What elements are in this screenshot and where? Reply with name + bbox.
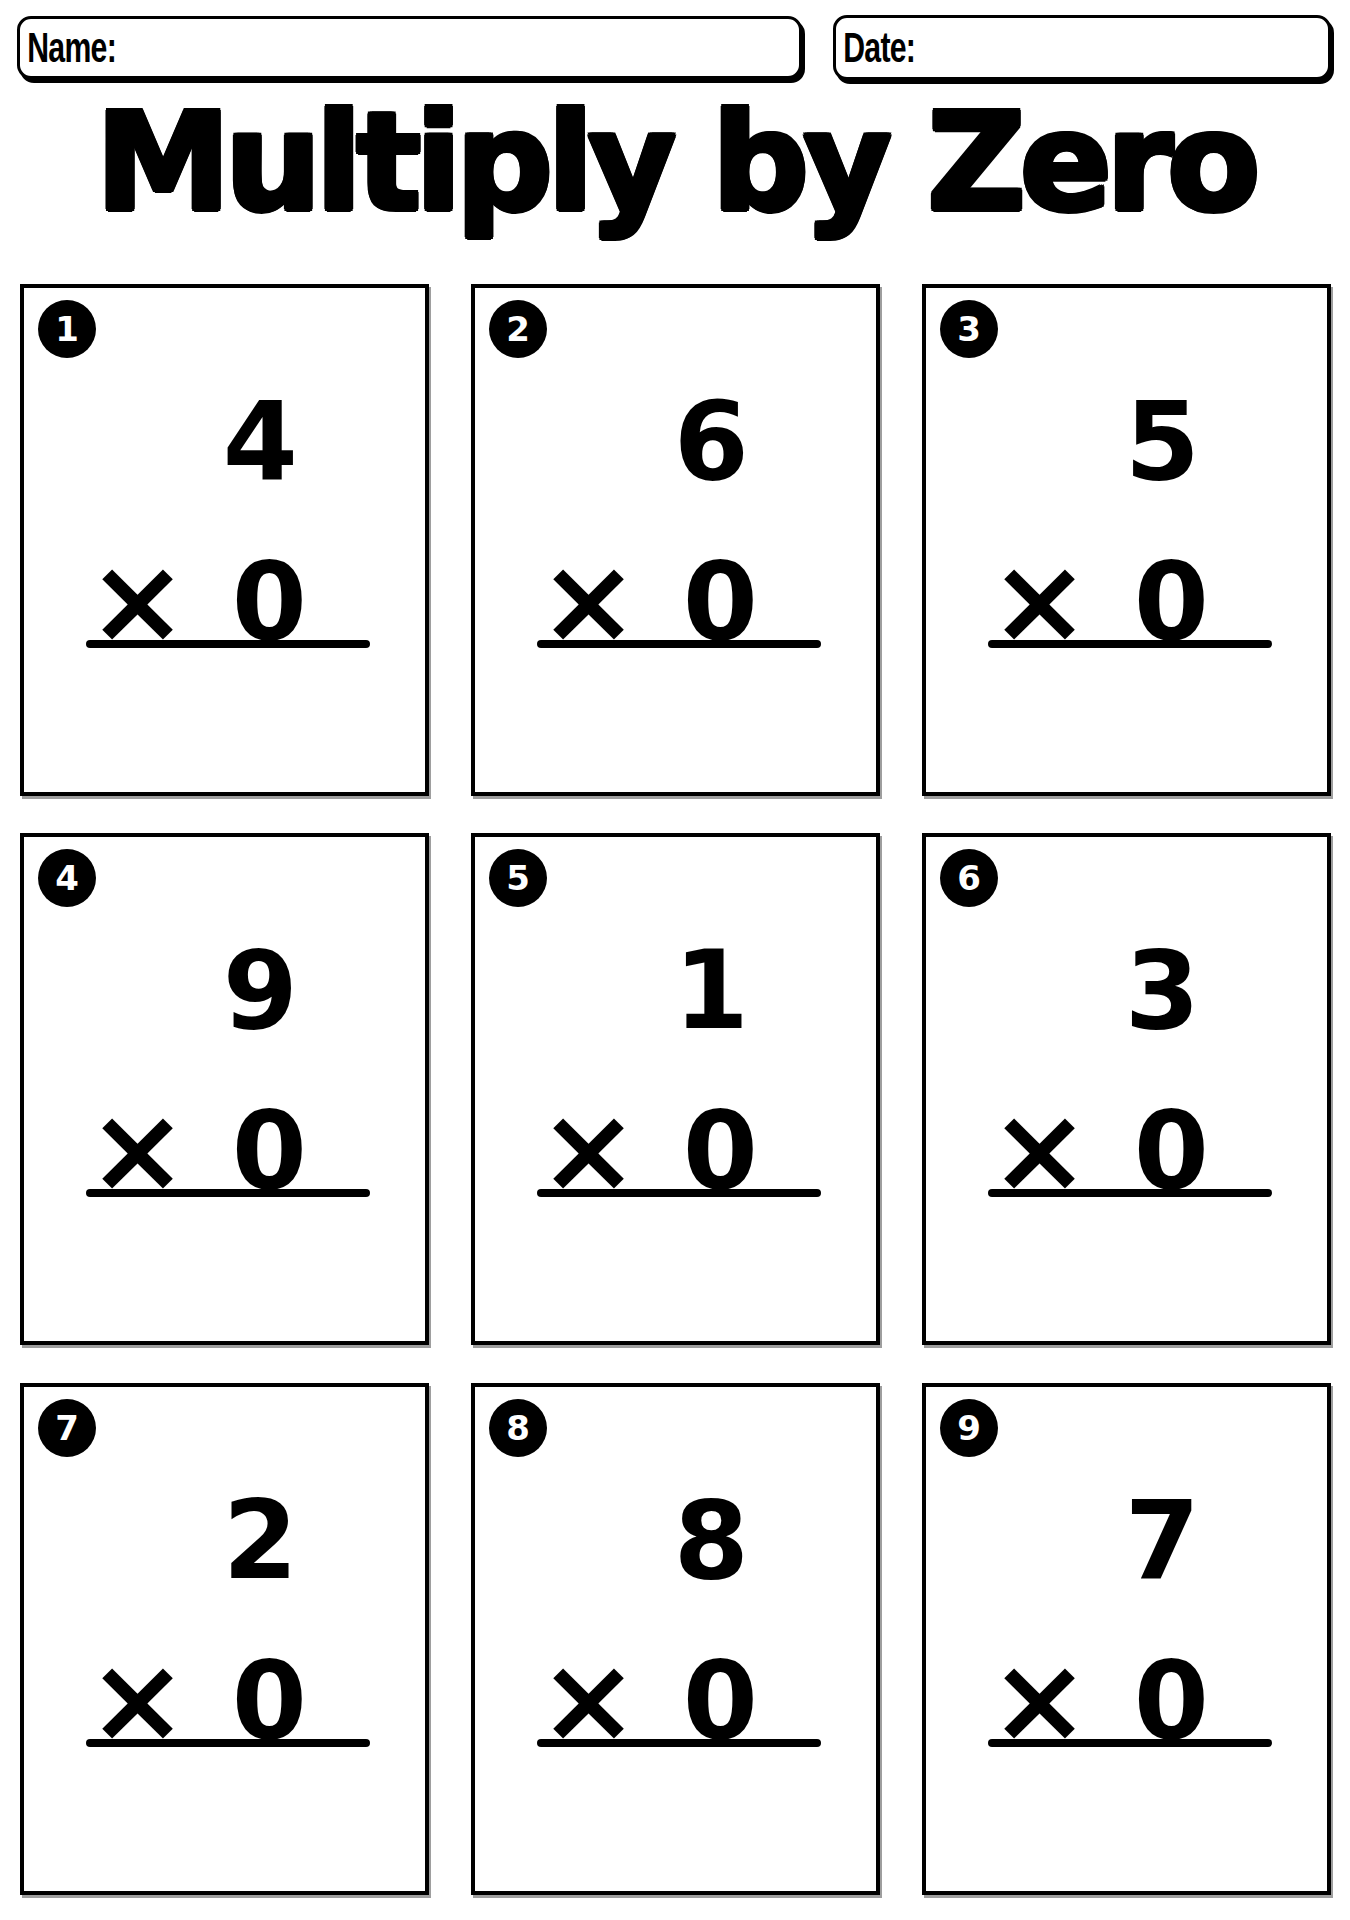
problem-card-3: 3 5 ×0: [922, 284, 1331, 796]
multiply-icon: ×: [538, 531, 639, 670]
problem-card-2: 2 6 ×0: [471, 284, 880, 796]
answer-area[interactable]: [44, 1205, 405, 1331]
problem-number-badge: 3: [940, 300, 998, 358]
multiplicand: 9: [223, 937, 298, 1045]
answer-line: [988, 640, 1272, 648]
multiplicand: 2: [223, 1487, 298, 1595]
problem-number: 9: [957, 1411, 981, 1445]
multiply-icon: ×: [989, 1080, 1090, 1219]
multiplicand: 3: [1125, 937, 1200, 1045]
date-field-box: Date:: [833, 15, 1331, 80]
multiply-icon: ×: [989, 1630, 1090, 1769]
problem-number-badge: 1: [38, 300, 96, 358]
answer-area[interactable]: [495, 656, 856, 782]
multiply-icon: ×: [538, 1630, 639, 1769]
multiplicand: 5: [1125, 388, 1200, 496]
multiplicand: 6: [674, 388, 749, 496]
multiply-icon: ×: [87, 531, 188, 670]
multiplicand: 1: [674, 937, 749, 1045]
problem-number-badge: 2: [489, 300, 547, 358]
problem-card-8: 8 8 ×0: [471, 1383, 880, 1895]
name-field-box: Name:: [17, 16, 802, 79]
answer-area[interactable]: [495, 1205, 856, 1331]
multiplicand: 4: [223, 388, 298, 496]
multiply-icon: ×: [989, 531, 1090, 670]
problem-card-1: 1 4 ×0: [20, 284, 429, 796]
answer-line: [537, 640, 821, 648]
answer-area[interactable]: [946, 1755, 1307, 1881]
answer-area[interactable]: [495, 1755, 856, 1881]
problem-card-5: 5 1 ×0: [471, 833, 880, 1345]
problem-number: 4: [55, 861, 79, 895]
multiply-icon: ×: [538, 1080, 639, 1219]
problem-number-badge: 6: [940, 849, 998, 907]
worksheet-page: Name: Date: Multiply by Zero 1 4 ×0 2 6 …: [0, 0, 1350, 1920]
answer-line: [86, 640, 370, 648]
problem-card-4: 4 9 ×0: [20, 833, 429, 1345]
page-title: Multiply by Zero: [0, 94, 1350, 230]
multiply-icon: ×: [87, 1080, 188, 1219]
name-input-area[interactable]: [153, 19, 799, 76]
answer-line: [86, 1739, 370, 1747]
problem-number: 2: [506, 312, 530, 346]
answer-line: [988, 1189, 1272, 1197]
answer-area[interactable]: [946, 1205, 1307, 1331]
problem-card-7: 7 2 ×0: [20, 1383, 429, 1895]
answer-area[interactable]: [44, 1755, 405, 1881]
problem-card-9: 9 7 ×0: [922, 1383, 1331, 1895]
problem-number: 5: [506, 861, 530, 895]
answer-area[interactable]: [44, 656, 405, 782]
problem-number-badge: 9: [940, 1399, 998, 1457]
date-input-area[interactable]: [946, 18, 1328, 77]
problem-number-badge: 8: [489, 1399, 547, 1457]
name-label: Name:: [20, 24, 116, 72]
problem-number-badge: 7: [38, 1399, 96, 1457]
answer-area[interactable]: [946, 656, 1307, 782]
problem-card-6: 6 3 ×0: [922, 833, 1331, 1345]
date-label: Date:: [836, 24, 915, 72]
problem-number: 1: [55, 312, 79, 346]
multiplicand: 7: [1125, 1487, 1200, 1595]
problem-number: 8: [506, 1411, 530, 1445]
problem-number: 7: [55, 1411, 79, 1445]
multiply-icon: ×: [87, 1630, 188, 1769]
multiplicand: 8: [674, 1487, 749, 1595]
answer-line: [86, 1189, 370, 1197]
problem-number-badge: 5: [489, 849, 547, 907]
problem-number: 3: [957, 312, 981, 346]
answer-line: [537, 1189, 821, 1197]
problem-number-badge: 4: [38, 849, 96, 907]
problem-number: 6: [957, 861, 981, 895]
answer-line: [988, 1739, 1272, 1747]
answer-line: [537, 1739, 821, 1747]
